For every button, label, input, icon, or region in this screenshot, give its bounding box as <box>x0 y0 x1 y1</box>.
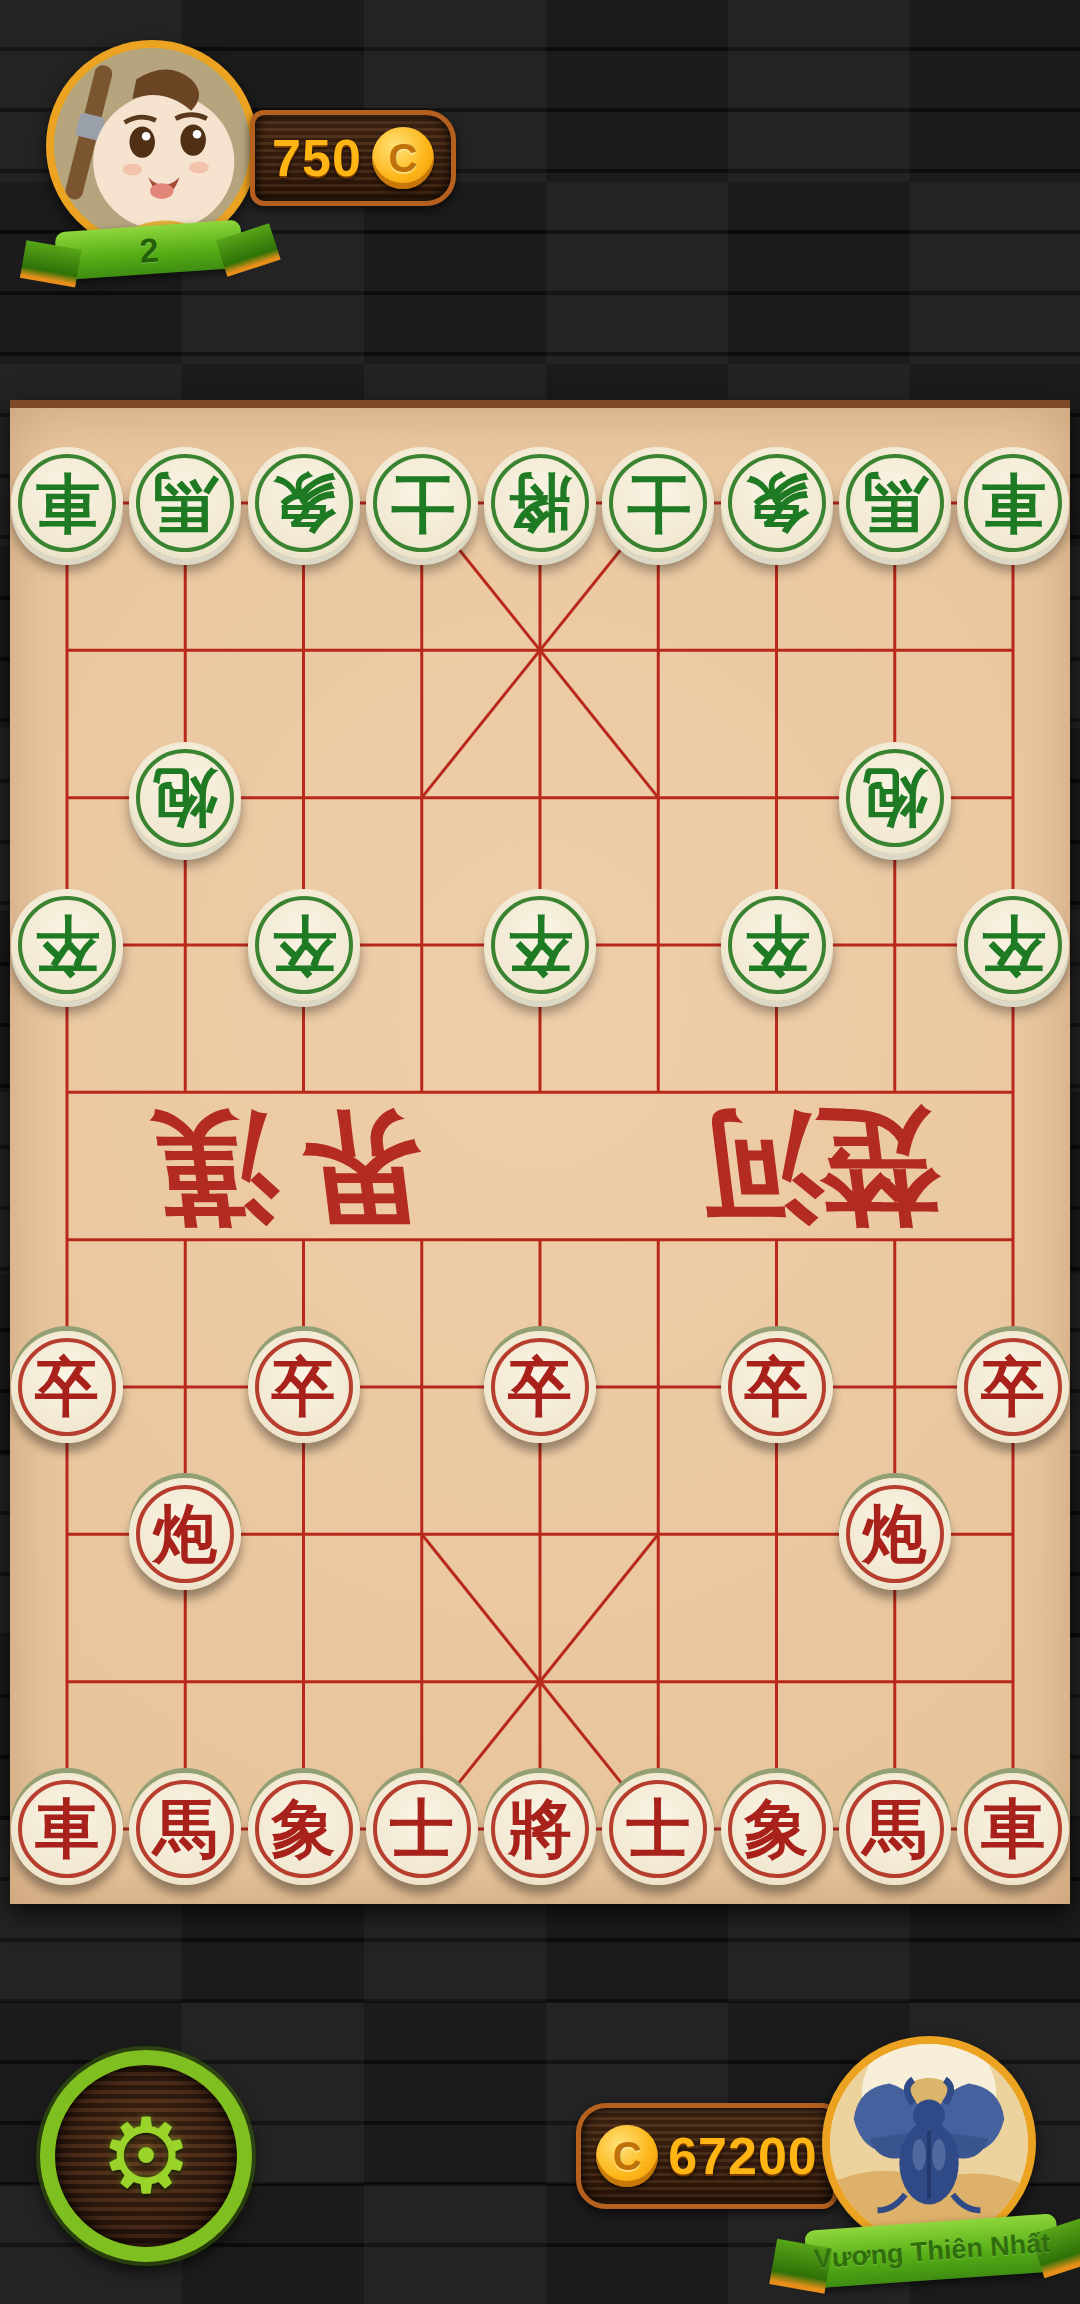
piece-glyph: 卒 <box>745 1355 809 1419</box>
piece-green-elephant[interactable]: 象 <box>721 447 833 559</box>
piece-green-soldier[interactable]: 卒 <box>484 889 596 1001</box>
coin-icon: C <box>596 2125 658 2187</box>
piece-glyph: 卒 <box>272 1355 336 1419</box>
piece-green-chariot[interactable]: 車 <box>11 447 123 559</box>
piece-red-elephant[interactable]: 象 <box>721 1773 833 1885</box>
piece-red-soldier[interactable]: 卒 <box>721 1331 833 1443</box>
piece-green-elephant[interactable]: 象 <box>248 447 360 559</box>
piece-glyph: 卒 <box>35 913 99 977</box>
piece-glyph: 象 <box>745 1797 809 1861</box>
piece-green-cannon[interactable]: 炮 <box>129 742 241 854</box>
piece-glyph: 卒 <box>981 1355 1045 1419</box>
piece-glyph: 炮 <box>863 1502 927 1566</box>
opponent-coins-plaque[interactable]: C 67200 <box>576 2103 838 2209</box>
piece-green-horse[interactable]: 馬 <box>129 447 241 559</box>
piece-glyph: 士 <box>390 471 454 535</box>
coin-icon: C <box>372 127 434 189</box>
piece-glyph: 卒 <box>35 1355 99 1419</box>
piece-glyph: 車 <box>981 1797 1045 1861</box>
piece-green-advisor[interactable]: 士 <box>602 447 714 559</box>
piece-red-advisor[interactable]: 士 <box>366 1773 478 1885</box>
piece-red-soldier[interactable]: 卒 <box>248 1331 360 1443</box>
name-ribbon: Vương Thiên Nhất <box>804 2213 1059 2288</box>
piece-glyph: 卒 <box>272 913 336 977</box>
piece-glyph: 炮 <box>153 766 217 830</box>
piece-green-soldier[interactable]: 卒 <box>721 889 833 1001</box>
river-label: 界 <box>291 1084 433 1248</box>
opponent-name: Vương Thiên Nhất <box>813 2227 1051 2274</box>
xiangqi-board[interactable]: 漢界河楚車馬象士將士象馬車炮炮卒卒卒卒卒卒卒卒卒卒炮炮車馬象士將士象馬車 <box>10 400 1070 1904</box>
player-coin-count: 750 <box>272 128 362 188</box>
piece-green-cannon[interactable]: 炮 <box>839 742 951 854</box>
piece-red-cannon[interactable]: 炮 <box>129 1478 241 1590</box>
piece-red-advisor[interactable]: 士 <box>602 1773 714 1885</box>
piece-glyph: 炮 <box>153 1502 217 1566</box>
piece-glyph: 將 <box>508 471 572 535</box>
piece-glyph: 士 <box>626 471 690 535</box>
piece-green-horse[interactable]: 馬 <box>839 447 951 559</box>
piece-glyph: 馬 <box>153 471 217 535</box>
piece-red-soldier[interactable]: 卒 <box>11 1331 123 1443</box>
piece-red-general[interactable]: 將 <box>484 1773 596 1885</box>
piece-glyph: 車 <box>35 1797 99 1861</box>
piece-glyph: 象 <box>272 471 336 535</box>
piece-glyph: 卒 <box>981 913 1045 977</box>
river-label: 漢 <box>144 1084 286 1248</box>
piece-glyph: 象 <box>745 471 809 535</box>
piece-green-advisor[interactable]: 士 <box>366 447 478 559</box>
piece-glyph: 卒 <box>508 1355 572 1419</box>
piece-green-chariot[interactable]: 車 <box>957 447 1069 559</box>
settings-button[interactable]: ⚙ <box>40 2050 252 2262</box>
game-screen: 750 C 2 漢界河楚車馬象士將士象馬車炮炮卒卒卒卒卒卒卒卒卒卒炮炮車馬象士將… <box>0 0 1080 2304</box>
piece-red-horse[interactable]: 馬 <box>839 1773 951 1885</box>
piece-glyph: 車 <box>35 471 99 535</box>
piece-glyph: 將 <box>508 1797 572 1861</box>
player-level: 2 <box>138 230 160 270</box>
piece-glyph: 炮 <box>863 766 927 830</box>
piece-glyph: 車 <box>981 471 1045 535</box>
piece-red-soldier[interactable]: 卒 <box>484 1331 596 1443</box>
player-coins-plaque[interactable]: 750 C <box>250 110 456 206</box>
piece-glyph: 卒 <box>745 913 809 977</box>
piece-green-soldier[interactable]: 卒 <box>11 889 123 1001</box>
piece-glyph: 馬 <box>153 1797 217 1861</box>
piece-red-soldier[interactable]: 卒 <box>957 1331 1069 1443</box>
piece-glyph: 馬 <box>863 1797 927 1861</box>
piece-red-chariot[interactable]: 車 <box>11 1773 123 1885</box>
baby-avatar-illustration <box>54 48 250 244</box>
piece-glyph: 象 <box>272 1797 336 1861</box>
piece-red-horse[interactable]: 馬 <box>129 1773 241 1885</box>
piece-green-soldier[interactable]: 卒 <box>957 889 1069 1001</box>
piece-green-general[interactable]: 將 <box>484 447 596 559</box>
piece-green-soldier[interactable]: 卒 <box>248 889 360 1001</box>
piece-red-elephant[interactable]: 象 <box>248 1773 360 1885</box>
opponent-coin-count: 67200 <box>668 2126 818 2186</box>
piece-red-cannon[interactable]: 炮 <box>839 1478 951 1590</box>
level-ribbon: 2 <box>55 220 244 281</box>
piece-red-chariot[interactable]: 車 <box>957 1773 1069 1885</box>
piece-glyph: 士 <box>626 1797 690 1861</box>
piece-glyph: 馬 <box>863 471 927 535</box>
piece-glyph: 士 <box>390 1797 454 1861</box>
river-label: 楚 <box>807 1084 949 1248</box>
piece-glyph: 卒 <box>508 913 572 977</box>
gear-icon: ⚙ <box>99 2104 192 2208</box>
scarab-icon <box>830 2044 1028 2242</box>
